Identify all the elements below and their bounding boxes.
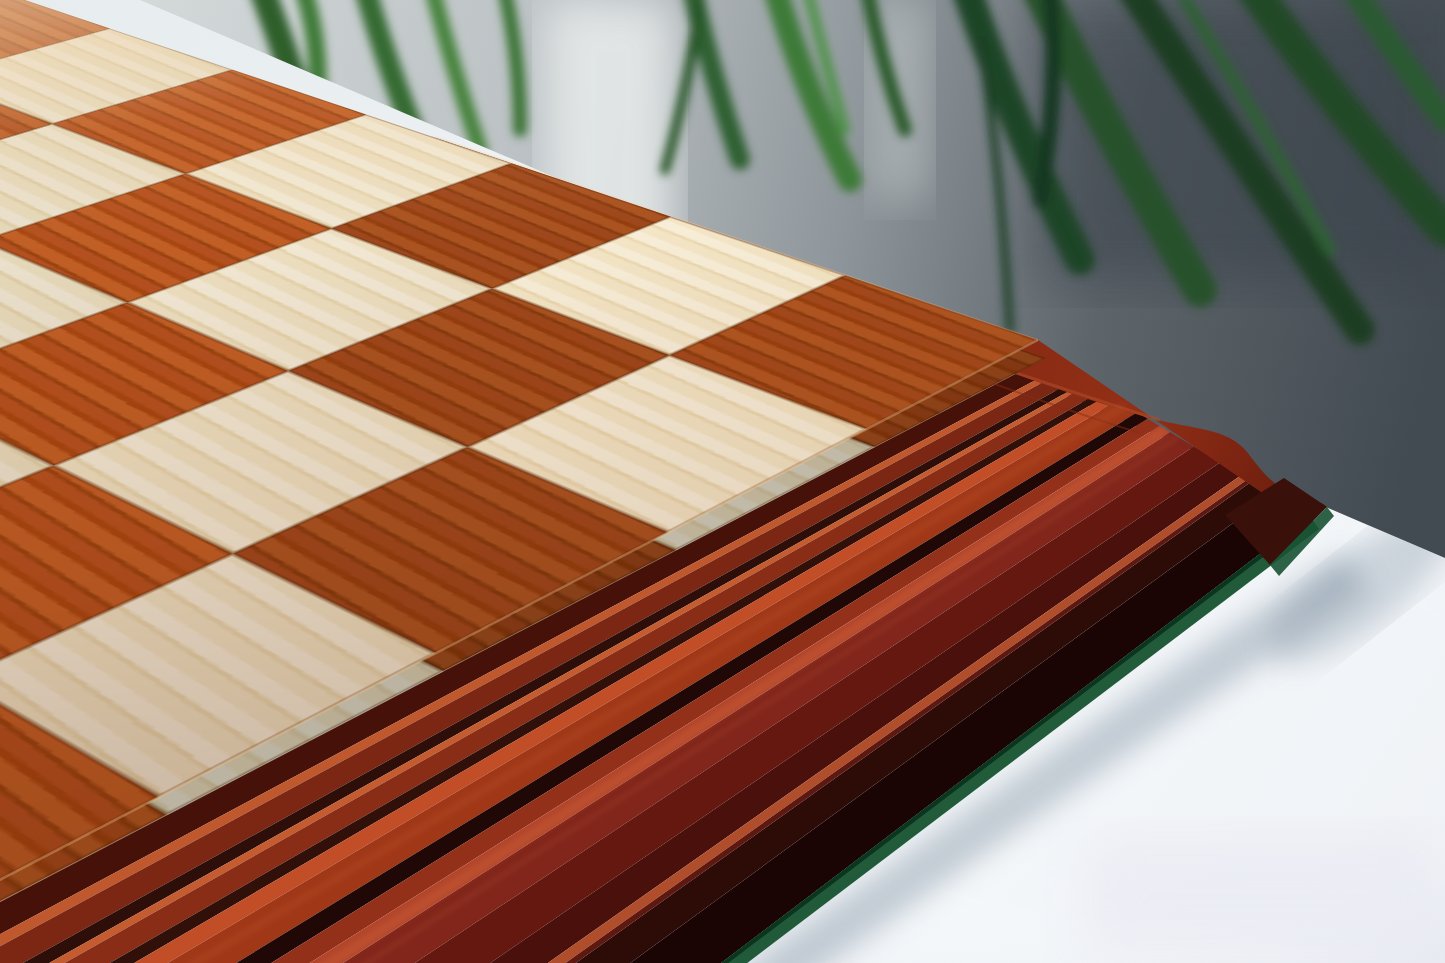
photo-scene [0, 0, 1445, 963]
